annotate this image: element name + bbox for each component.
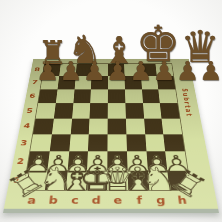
square-b4[interactable] [52,118,72,134]
square-c6[interactable] [73,89,91,103]
square-a4[interactable] [33,118,54,134]
piece-black-pawn-e7[interactable]: ♟ [129,58,152,84]
piece-black-pawn-f7[interactable]: ♟ [153,58,176,84]
brand-text: Subrtat [181,88,194,117]
square-d4[interactable] [89,118,108,134]
chess-set-photo: 87654321 ♟♙♟♙♟♙♟♙♟♙♟♙♟♙♟♙♜♖♞♘♝♗♚♔♛♕♝♗♞♘♜… [0,0,222,222]
black-pawn-row: ♟♟♟♟♟♟♟♟ [36,56,184,84]
square-g6[interactable] [142,89,160,103]
square-h6[interactable] [158,89,177,103]
square-e6[interactable] [108,89,125,103]
piece-black-pawn-h7[interactable]: ♟ [199,58,222,84]
piece-black-pawn-a7[interactable]: ♟ [36,58,59,84]
square-h4[interactable] [162,118,182,134]
square-e5[interactable] [108,103,126,118]
square-d6[interactable] [90,89,108,103]
square-a5[interactable] [36,103,56,118]
square-g5[interactable] [143,103,162,118]
square-b5[interactable] [54,103,73,118]
square-f4[interactable] [126,118,145,134]
square-b6[interactable] [56,89,75,103]
square-f6[interactable] [125,89,143,103]
square-c4[interactable] [70,118,89,134]
square-e4[interactable] [108,118,127,134]
square-c5[interactable] [72,103,91,118]
piece-black-pawn-c7[interactable]: ♟ [83,58,106,84]
piece-black-pawn-d7[interactable]: ♟ [106,58,129,84]
piece-black-pawn-g7[interactable]: ♟ [176,58,199,84]
square-f5[interactable] [125,103,143,118]
piece-black-pawn-b7[interactable]: ♟ [59,58,82,84]
square-h5[interactable] [160,103,180,118]
square-g4[interactable] [144,118,164,134]
square-a6[interactable] [38,89,57,103]
square-d5[interactable] [90,103,108,118]
